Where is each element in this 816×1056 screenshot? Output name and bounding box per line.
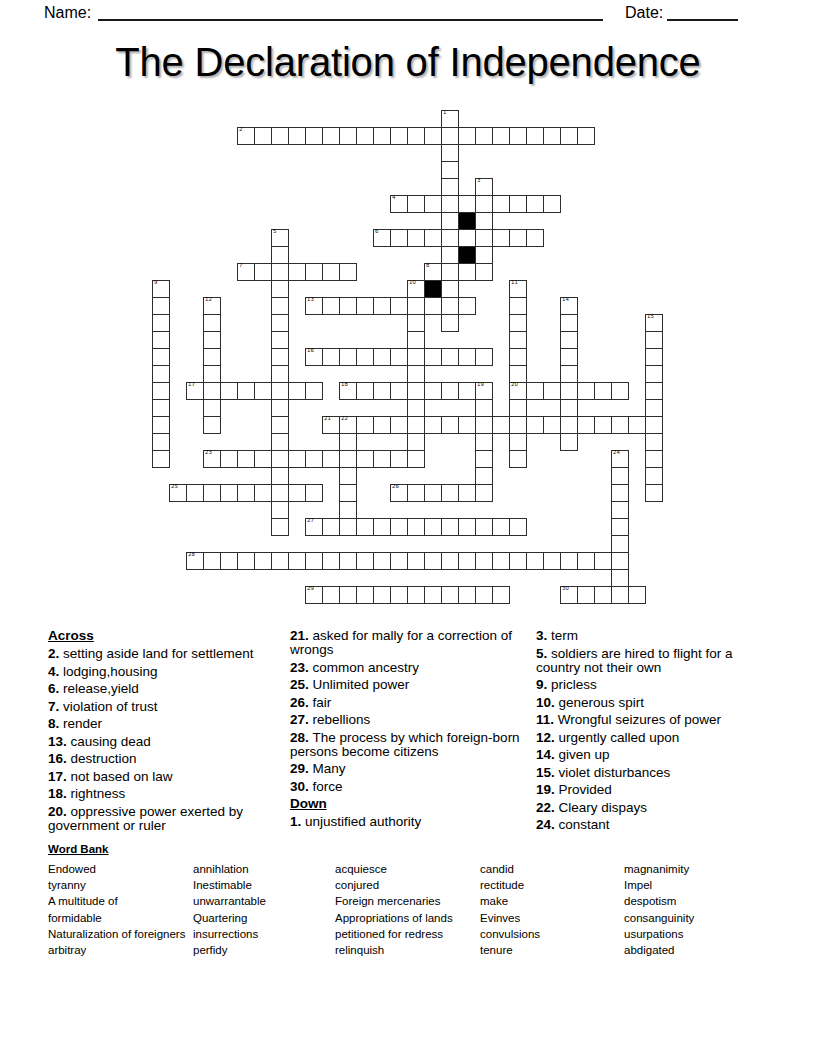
grid-cell[interactable] bbox=[152, 297, 170, 315]
grid-cell[interactable] bbox=[271, 314, 289, 332]
grid-cell[interactable]: 2 bbox=[237, 127, 255, 145]
grid-cell[interactable] bbox=[594, 586, 612, 604]
grid-cell[interactable] bbox=[509, 450, 527, 468]
grid-cell[interactable] bbox=[441, 552, 459, 570]
grid-cell[interactable] bbox=[509, 518, 527, 536]
name-blank-line[interactable] bbox=[98, 4, 603, 21]
grid-cell[interactable] bbox=[407, 399, 425, 417]
grid-cell[interactable] bbox=[203, 348, 221, 366]
grid-cell[interactable] bbox=[424, 484, 442, 502]
grid-cell[interactable] bbox=[203, 416, 221, 434]
grid-cell[interactable] bbox=[271, 518, 289, 536]
grid-cell[interactable] bbox=[509, 552, 527, 570]
grid-cell[interactable] bbox=[611, 569, 629, 587]
grid-cell[interactable]: 27 bbox=[305, 518, 323, 536]
grid-cell[interactable] bbox=[339, 348, 357, 366]
grid-cell[interactable] bbox=[339, 127, 357, 145]
grid-cell[interactable] bbox=[237, 552, 255, 570]
grid-cell[interactable] bbox=[152, 365, 170, 383]
grid-cell[interactable] bbox=[271, 450, 289, 468]
grid-cell[interactable]: 8 bbox=[424, 263, 442, 281]
grid-cell[interactable] bbox=[390, 552, 408, 570]
crossword-grid: 1234567891011121314151617181920212223242… bbox=[152, 110, 664, 605]
grid-cell[interactable] bbox=[407, 331, 425, 349]
grid-cell[interactable]: 7 bbox=[237, 263, 255, 281]
grid-cell[interactable] bbox=[237, 382, 255, 400]
grid-cell[interactable] bbox=[441, 484, 459, 502]
grid-cell[interactable] bbox=[356, 450, 374, 468]
grid-cell[interactable] bbox=[424, 416, 442, 434]
grid-cell[interactable] bbox=[339, 467, 357, 485]
grid-cell[interactable] bbox=[475, 263, 493, 281]
grid-cell[interactable] bbox=[560, 399, 578, 417]
grid-cell[interactable] bbox=[526, 229, 544, 247]
grid-cell[interactable] bbox=[458, 348, 476, 366]
grid-cell[interactable] bbox=[356, 348, 374, 366]
grid-cell[interactable] bbox=[577, 586, 595, 604]
grid-cell[interactable]: 5 bbox=[271, 229, 289, 247]
grid-cell[interactable] bbox=[407, 297, 425, 315]
grid-cell[interactable] bbox=[475, 195, 493, 213]
grid-cell[interactable]: 17 bbox=[186, 382, 204, 400]
grid-cell[interactable] bbox=[152, 314, 170, 332]
grid-cell[interactable] bbox=[271, 382, 289, 400]
grid-cell[interactable] bbox=[645, 382, 663, 400]
grid-cell[interactable] bbox=[560, 331, 578, 349]
grid-cell[interactable] bbox=[560, 382, 578, 400]
grid-cell[interactable] bbox=[288, 552, 306, 570]
grid-cell[interactable] bbox=[441, 280, 459, 298]
grid-cell[interactable] bbox=[458, 297, 476, 315]
grid-cell[interactable] bbox=[645, 331, 663, 349]
grid-cell[interactable] bbox=[203, 314, 221, 332]
grid-cell[interactable] bbox=[458, 195, 476, 213]
grid-cell[interactable] bbox=[441, 518, 459, 536]
grid-cell[interactable] bbox=[441, 178, 459, 196]
grid-cell[interactable] bbox=[611, 535, 629, 553]
grid-cell[interactable] bbox=[441, 314, 459, 332]
grid-cell[interactable] bbox=[203, 399, 221, 417]
grid-cell[interactable]: 21 bbox=[322, 416, 340, 434]
grid-cell[interactable] bbox=[509, 365, 527, 383]
grid-cell[interactable]: 6 bbox=[373, 229, 391, 247]
grid-cell[interactable] bbox=[254, 127, 272, 145]
grid-cell[interactable]: 4 bbox=[390, 195, 408, 213]
grid-cell[interactable] bbox=[645, 416, 663, 434]
grid-cell[interactable] bbox=[322, 297, 340, 315]
grid-cell[interactable] bbox=[339, 552, 357, 570]
grid-cell[interactable] bbox=[424, 297, 442, 315]
grid-cell[interactable] bbox=[441, 586, 459, 604]
grid-cell[interactable] bbox=[441, 416, 459, 434]
grid-cell[interactable] bbox=[152, 331, 170, 349]
grid-cell[interactable] bbox=[509, 416, 527, 434]
grid-cell[interactable] bbox=[509, 331, 527, 349]
grid-cell[interactable] bbox=[407, 195, 425, 213]
grid-cell[interactable]: 20 bbox=[509, 382, 527, 400]
grid-cell[interactable] bbox=[475, 484, 493, 502]
grid-cell[interactable]: 12 bbox=[203, 297, 221, 315]
grid-cell[interactable]: 15 bbox=[645, 314, 663, 332]
grid-cell[interactable]: 3 bbox=[475, 178, 493, 196]
grid-cell[interactable] bbox=[271, 331, 289, 349]
grid-cell[interactable] bbox=[611, 518, 629, 536]
grid-cell[interactable] bbox=[152, 433, 170, 451]
grid-cell[interactable] bbox=[441, 161, 459, 179]
grid-cell[interactable] bbox=[543, 382, 561, 400]
grid-cell[interactable] bbox=[645, 399, 663, 417]
grid-cell[interactable] bbox=[271, 433, 289, 451]
grid-cell[interactable] bbox=[441, 195, 459, 213]
grid-cell[interactable] bbox=[305, 552, 323, 570]
grid-cell[interactable]: 26 bbox=[390, 484, 408, 502]
date-blank-line[interactable] bbox=[667, 4, 738, 21]
grid-cell[interactable] bbox=[390, 229, 408, 247]
grid-cell[interactable] bbox=[373, 382, 391, 400]
grid-cell[interactable] bbox=[305, 263, 323, 281]
grid-cell[interactable]: 13 bbox=[305, 297, 323, 315]
grid-cell[interactable] bbox=[407, 518, 425, 536]
grid-cell[interactable] bbox=[271, 348, 289, 366]
grid-cell[interactable] bbox=[441, 382, 459, 400]
grid-cell[interactable] bbox=[458, 127, 476, 145]
grid-cell[interactable] bbox=[458, 263, 476, 281]
grid-cell[interactable] bbox=[458, 484, 476, 502]
word-bank-item: perfidy bbox=[193, 942, 266, 958]
grid-cell[interactable] bbox=[560, 314, 578, 332]
grid-cell[interactable] bbox=[577, 127, 595, 145]
grid-cell[interactable] bbox=[288, 127, 306, 145]
grid-cell[interactable] bbox=[339, 518, 357, 536]
clue-number: 15 bbox=[647, 314, 654, 319]
grid-cell[interactable] bbox=[152, 450, 170, 468]
grid-cell[interactable] bbox=[339, 297, 357, 315]
grid-cell[interactable] bbox=[322, 263, 340, 281]
grid-cell[interactable] bbox=[271, 297, 289, 315]
grid-cell[interactable] bbox=[356, 416, 374, 434]
grid-cell[interactable] bbox=[543, 552, 561, 570]
grid-cell[interactable] bbox=[492, 127, 510, 145]
grid-cell[interactable] bbox=[458, 586, 476, 604]
grid-cell[interactable] bbox=[322, 552, 340, 570]
grid-cell[interactable] bbox=[458, 518, 476, 536]
grid-cell[interactable] bbox=[203, 365, 221, 383]
grid-cell[interactable] bbox=[390, 586, 408, 604]
grid-cell[interactable] bbox=[424, 586, 442, 604]
grid-cell[interactable] bbox=[203, 484, 221, 502]
grid-cell[interactable] bbox=[407, 450, 425, 468]
grid-cell[interactable] bbox=[339, 501, 357, 519]
grid-cell[interactable] bbox=[424, 382, 442, 400]
grid-cell[interactable] bbox=[594, 552, 612, 570]
grid-cell[interactable] bbox=[356, 552, 374, 570]
grid-cell[interactable] bbox=[441, 348, 459, 366]
grid-cell[interactable] bbox=[305, 450, 323, 468]
grid-cell[interactable] bbox=[407, 229, 425, 247]
grid-cell[interactable] bbox=[492, 518, 510, 536]
word-bank-item: Impel bbox=[624, 877, 694, 893]
grid-cell[interactable]: 1 bbox=[441, 110, 459, 128]
grid-cell[interactable] bbox=[458, 416, 476, 434]
grid-cell[interactable] bbox=[152, 382, 170, 400]
grid-cell[interactable] bbox=[560, 127, 578, 145]
grid-cell[interactable] bbox=[628, 586, 646, 604]
grid-cell[interactable] bbox=[424, 229, 442, 247]
grid-cell[interactable] bbox=[475, 450, 493, 468]
grid-cell[interactable] bbox=[475, 127, 493, 145]
grid-cell[interactable] bbox=[254, 552, 272, 570]
grid-cell[interactable] bbox=[407, 586, 425, 604]
grid-cell[interactable] bbox=[271, 501, 289, 519]
grid-cell[interactable] bbox=[424, 348, 442, 366]
grid-cell[interactable] bbox=[424, 195, 442, 213]
grid-cell[interactable] bbox=[475, 433, 493, 451]
grid-cell[interactable] bbox=[373, 552, 391, 570]
grid-cell[interactable] bbox=[356, 518, 374, 536]
grid-cell[interactable]: 24 bbox=[611, 450, 629, 468]
grid-cell[interactable] bbox=[509, 399, 527, 417]
grid-cell[interactable] bbox=[560, 552, 578, 570]
grid-cell[interactable] bbox=[220, 382, 238, 400]
grid-cell[interactable] bbox=[203, 382, 221, 400]
grid-cell[interactable] bbox=[254, 450, 272, 468]
grid-cell[interactable] bbox=[390, 450, 408, 468]
grid-cell[interactable] bbox=[271, 399, 289, 417]
grid-cell[interactable] bbox=[492, 229, 510, 247]
grid-cell[interactable] bbox=[237, 450, 255, 468]
grid-cell[interactable] bbox=[475, 212, 493, 230]
grid-cell[interactable] bbox=[407, 127, 425, 145]
grid-cell[interactable] bbox=[339, 450, 357, 468]
grid-cell[interactable] bbox=[424, 552, 442, 570]
grid-cell[interactable] bbox=[356, 586, 374, 604]
grid-cell[interactable] bbox=[339, 484, 357, 502]
grid-cell[interactable] bbox=[526, 552, 544, 570]
grid-cell[interactable] bbox=[373, 348, 391, 366]
grid-cell[interactable] bbox=[543, 127, 561, 145]
grid-cell[interactable]: 14 bbox=[560, 297, 578, 315]
grid-cell[interactable] bbox=[458, 229, 476, 247]
grid-cell[interactable] bbox=[407, 314, 425, 332]
grid-cell[interactable] bbox=[458, 552, 476, 570]
grid-cell[interactable] bbox=[407, 433, 425, 451]
grid-cell[interactable] bbox=[441, 144, 459, 162]
grid-cell[interactable] bbox=[390, 382, 408, 400]
grid-cell[interactable] bbox=[509, 433, 527, 451]
grid-cell[interactable] bbox=[628, 416, 646, 434]
grid-cell[interactable] bbox=[322, 586, 340, 604]
grid-cell[interactable] bbox=[509, 297, 527, 315]
grid-cell[interactable] bbox=[322, 127, 340, 145]
grid-cell[interactable] bbox=[611, 416, 629, 434]
grid-cell[interactable] bbox=[356, 127, 374, 145]
grid-cell[interactable] bbox=[356, 382, 374, 400]
grid-cell[interactable] bbox=[152, 399, 170, 417]
grid-cell[interactable] bbox=[373, 518, 391, 536]
grid-cell[interactable] bbox=[441, 246, 459, 264]
grid-cell[interactable] bbox=[645, 433, 663, 451]
grid-cell[interactable]: 29 bbox=[305, 586, 323, 604]
grid-cell[interactable] bbox=[492, 586, 510, 604]
grid-cell[interactable] bbox=[543, 195, 561, 213]
grid-cell[interactable] bbox=[475, 399, 493, 417]
grid-cell[interactable] bbox=[271, 484, 289, 502]
grid-cell[interactable] bbox=[271, 416, 289, 434]
grid-cell[interactable] bbox=[475, 586, 493, 604]
grid-cell[interactable] bbox=[305, 127, 323, 145]
grid-cell[interactable] bbox=[356, 297, 374, 315]
grid-cell[interactable] bbox=[322, 518, 340, 536]
grid-cell[interactable] bbox=[339, 263, 357, 281]
grid-cell[interactable] bbox=[203, 552, 221, 570]
grid-cell[interactable] bbox=[560, 433, 578, 451]
grid-cell[interactable] bbox=[373, 586, 391, 604]
grid-cell[interactable] bbox=[271, 365, 289, 383]
grid-cell[interactable]: 10 bbox=[407, 280, 425, 298]
clue-18: 18. rightness bbox=[48, 787, 286, 801]
grid-cell[interactable] bbox=[645, 365, 663, 383]
grid-cell[interactable] bbox=[288, 263, 306, 281]
grid-cell[interactable] bbox=[424, 518, 442, 536]
grid-cell[interactable] bbox=[152, 416, 170, 434]
grid-cell[interactable] bbox=[186, 484, 204, 502]
grid-cell[interactable] bbox=[220, 552, 238, 570]
grid-cell[interactable] bbox=[424, 127, 442, 145]
grid-cell[interactable] bbox=[305, 484, 323, 502]
grid-cell[interactable] bbox=[305, 382, 323, 400]
grid-cell[interactable] bbox=[220, 450, 238, 468]
grid-cell[interactable]: 16 bbox=[305, 348, 323, 366]
grid-cell[interactable] bbox=[407, 416, 425, 434]
grid-cell[interactable] bbox=[271, 127, 289, 145]
grid-cell[interactable] bbox=[492, 195, 510, 213]
grid-cell[interactable]: 25 bbox=[169, 484, 187, 502]
grid-cell[interactable] bbox=[441, 127, 459, 145]
grid-cell[interactable] bbox=[611, 586, 629, 604]
grid-cell[interactable] bbox=[509, 195, 527, 213]
grid-cell[interactable] bbox=[526, 127, 544, 145]
grid-cell[interactable] bbox=[152, 348, 170, 366]
clue-24: 24. constant bbox=[536, 818, 772, 832]
grid-cell[interactable] bbox=[543, 416, 561, 434]
grid-cell[interactable] bbox=[458, 382, 476, 400]
grid-cell[interactable] bbox=[594, 382, 612, 400]
grid-cell[interactable] bbox=[407, 484, 425, 502]
grid-cell[interactable] bbox=[339, 433, 357, 451]
grid-cell[interactable] bbox=[254, 263, 272, 281]
grid-cell[interactable] bbox=[390, 297, 408, 315]
grid-cell[interactable] bbox=[560, 416, 578, 434]
grid-cell[interactable] bbox=[611, 382, 629, 400]
grid-cell[interactable] bbox=[441, 212, 459, 230]
grid-cell[interactable] bbox=[407, 382, 425, 400]
grid-cell[interactable] bbox=[475, 552, 493, 570]
grid-cell[interactable] bbox=[373, 450, 391, 468]
grid-cell[interactable] bbox=[373, 297, 391, 315]
grid-cell[interactable] bbox=[577, 416, 595, 434]
grid-cell[interactable] bbox=[407, 365, 425, 383]
grid-cell[interactable] bbox=[373, 127, 391, 145]
grid-cell[interactable] bbox=[645, 484, 663, 502]
grid-cell[interactable] bbox=[611, 484, 629, 502]
grid-cell[interactable] bbox=[509, 229, 527, 247]
grid-cell[interactable] bbox=[373, 416, 391, 434]
grid-cell[interactable] bbox=[237, 484, 255, 502]
grid-cell[interactable] bbox=[611, 501, 629, 519]
grid-cell[interactable] bbox=[390, 518, 408, 536]
grid-cell[interactable] bbox=[475, 518, 493, 536]
grid-cell[interactable] bbox=[611, 552, 629, 570]
grid-cell[interactable] bbox=[254, 382, 272, 400]
grid-cell[interactable] bbox=[475, 246, 493, 264]
grid-cell[interactable] bbox=[560, 348, 578, 366]
grid-cell[interactable] bbox=[288, 382, 306, 400]
grid-cell[interactable] bbox=[475, 229, 493, 247]
grid-cell[interactable] bbox=[203, 331, 221, 349]
grid-cell[interactable] bbox=[271, 552, 289, 570]
grid-cell[interactable] bbox=[271, 263, 289, 281]
grid-cell[interactable] bbox=[645, 450, 663, 468]
grid-cell[interactable] bbox=[254, 484, 272, 502]
grid-cell[interactable] bbox=[288, 484, 306, 502]
grid-cell[interactable]: 19 bbox=[475, 382, 493, 400]
grid-cell[interactable] bbox=[526, 416, 544, 434]
grid-cell[interactable] bbox=[645, 467, 663, 485]
grid-cell[interactable] bbox=[441, 297, 459, 315]
grid-cell[interactable]: 28 bbox=[186, 552, 204, 570]
grid-cell[interactable]: 9 bbox=[152, 280, 170, 298]
grid-cell[interactable] bbox=[390, 348, 408, 366]
grid-cell[interactable] bbox=[475, 416, 493, 434]
grid-cell[interactable] bbox=[475, 467, 493, 485]
grid-cell[interactable] bbox=[509, 127, 527, 145]
grid-cell[interactable]: 18 bbox=[339, 382, 357, 400]
grid-cell[interactable] bbox=[492, 416, 510, 434]
grid-cell[interactable]: 11 bbox=[509, 280, 527, 298]
grid-cell[interactable]: 30 bbox=[560, 586, 578, 604]
grid-cell[interactable] bbox=[322, 348, 340, 366]
grid-cell[interactable] bbox=[390, 416, 408, 434]
grid-cell[interactable] bbox=[526, 382, 544, 400]
grid-cell[interactable] bbox=[475, 348, 493, 366]
grid-cell[interactable] bbox=[645, 348, 663, 366]
grid-cell[interactable] bbox=[322, 450, 340, 468]
grid-cell[interactable] bbox=[492, 552, 510, 570]
grid-cell[interactable] bbox=[288, 450, 306, 468]
grid-cell[interactable] bbox=[526, 195, 544, 213]
grid-cell[interactable] bbox=[407, 348, 425, 366]
grid-cell[interactable] bbox=[220, 484, 238, 502]
grid-cell[interactable] bbox=[407, 552, 425, 570]
grid-cell[interactable] bbox=[441, 263, 459, 281]
grid-cell[interactable] bbox=[390, 127, 408, 145]
grid-cell[interactable] bbox=[339, 586, 357, 604]
grid-cell[interactable] bbox=[509, 314, 527, 332]
grid-cell[interactable] bbox=[577, 382, 595, 400]
grid-cell[interactable] bbox=[441, 229, 459, 247]
grid-cell[interactable] bbox=[271, 280, 289, 298]
grid-cell[interactable] bbox=[594, 416, 612, 434]
grid-cell[interactable] bbox=[611, 467, 629, 485]
grid-cell[interactable]: 23 bbox=[203, 450, 221, 468]
grid-cell[interactable] bbox=[509, 348, 527, 366]
word-bank-item: Inestimable bbox=[193, 877, 266, 893]
grid-cell[interactable] bbox=[577, 552, 595, 570]
grid-cell[interactable] bbox=[560, 365, 578, 383]
grid-cell[interactable] bbox=[271, 467, 289, 485]
grid-cell[interactable] bbox=[271, 246, 289, 264]
grid-cell[interactable]: 22 bbox=[339, 416, 357, 434]
